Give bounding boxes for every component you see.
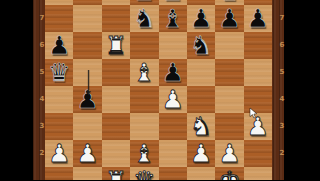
square-a2[interactable]: ♟ xyxy=(45,140,73,167)
rank-label-left-7: 7 xyxy=(36,14,48,22)
square-c3[interactable] xyxy=(102,113,130,140)
square-b2[interactable]: ♟ xyxy=(73,140,101,167)
square-e3[interactable] xyxy=(159,113,187,140)
piece-white-pawn-a2[interactable]: ♟ xyxy=(48,140,70,167)
square-c4[interactable] xyxy=(102,86,130,113)
square-b5[interactable] xyxy=(73,59,101,86)
square-a6[interactable]: ♟ xyxy=(45,32,73,59)
square-b7[interactable] xyxy=(73,5,101,32)
piece-white-rook-c1[interactable]: ♜ xyxy=(105,167,127,181)
rank-label-left-4: 4 xyxy=(36,95,48,103)
square-a5[interactable]: ♛ xyxy=(45,59,73,86)
square-f2[interactable]: ♟ xyxy=(187,140,215,167)
rank-label-left-6: 6 xyxy=(36,41,48,49)
square-e1[interactable] xyxy=(159,167,187,181)
square-g6[interactable] xyxy=(215,32,243,59)
chess-board[interactable]: ♜♜♚♞♝♟♟♟♟♜♞♛♝♟♟♟♞♟♟♟♝♟♟♜♛♚ xyxy=(45,0,272,180)
square-f5[interactable] xyxy=(187,59,215,86)
square-b6[interactable] xyxy=(73,32,101,59)
square-d2[interactable]: ♝ xyxy=(130,140,158,167)
square-h6[interactable] xyxy=(244,32,272,59)
square-h4[interactable] xyxy=(244,86,272,113)
square-e4[interactable]: ♟ xyxy=(159,86,187,113)
square-g1[interactable]: ♚ xyxy=(215,167,243,181)
square-f3[interactable]: ♞ xyxy=(187,113,215,140)
piece-black-pawn-g7[interactable]: ♟ xyxy=(218,5,240,32)
piece-white-pawn-b2[interactable]: ♟ xyxy=(76,140,98,167)
square-b4[interactable]: ♟ xyxy=(73,86,101,113)
piece-black-knight-d7[interactable]: ♞ xyxy=(133,5,155,32)
square-e2[interactable] xyxy=(159,140,187,167)
rank-label-right-7: 7 xyxy=(276,14,288,22)
piece-white-pawn-e4[interactable]: ♟ xyxy=(161,86,183,113)
square-f6[interactable]: ♞ xyxy=(187,32,215,59)
square-b1[interactable] xyxy=(73,167,101,181)
rank-label-right-4: 4 xyxy=(276,95,288,103)
piece-white-queen-d1[interactable]: ♛ xyxy=(133,167,155,181)
square-d1[interactable]: ♛ xyxy=(130,167,158,181)
piece-black-pawn-a6[interactable]: ♟ xyxy=(48,32,70,59)
square-c2[interactable] xyxy=(102,140,130,167)
square-d5[interactable]: ♝ xyxy=(130,59,158,86)
square-b3[interactable] xyxy=(73,113,101,140)
square-h5[interactable] xyxy=(244,59,272,86)
piece-white-pawn-g2[interactable]: ♟ xyxy=(218,140,240,167)
square-h1[interactable] xyxy=(244,167,272,181)
rank-label-right-2: 2 xyxy=(276,149,288,157)
square-d4[interactable] xyxy=(130,86,158,113)
square-a1[interactable] xyxy=(45,167,73,181)
piece-black-pawn-h7[interactable]: ♟ xyxy=(247,5,269,32)
square-a3[interactable] xyxy=(45,113,73,140)
square-e6[interactable] xyxy=(159,32,187,59)
piece-black-pawn-b4[interactable]: ♟ xyxy=(76,86,98,113)
square-e5[interactable]: ♟ xyxy=(159,59,187,86)
square-e7[interactable]: ♝ xyxy=(159,5,187,32)
square-c7[interactable] xyxy=(102,5,130,32)
rank-label-right-6: 6 xyxy=(276,41,288,49)
square-c6[interactable]: ♜ xyxy=(102,32,130,59)
square-g5[interactable] xyxy=(215,59,243,86)
square-c1[interactable]: ♜ xyxy=(102,167,130,181)
square-h7[interactable]: ♟ xyxy=(244,5,272,32)
chess-app-screenshot: ♜♜♚♞♝♟♟♟♟♜♞♛♝♟♟♟♞♟♟♟♝♟♟♜♛♚ 776655443322 xyxy=(0,0,320,180)
piece-black-pawn-e5[interactable]: ♟ xyxy=(161,59,183,86)
square-d6[interactable] xyxy=(130,32,158,59)
square-a4[interactable] xyxy=(45,86,73,113)
square-g4[interactable] xyxy=(215,86,243,113)
square-h2[interactable] xyxy=(244,140,272,167)
piece-black-bishop-e7[interactable]: ♝ xyxy=(161,5,183,32)
square-g7[interactable]: ♟ xyxy=(215,5,243,32)
square-g3[interactable] xyxy=(215,113,243,140)
piece-white-bishop-d5[interactable]: ♝ xyxy=(133,59,155,86)
piece-white-pawn-h3[interactable]: ♟ xyxy=(247,113,269,140)
piece-black-knight-f6[interactable]: ♞ xyxy=(190,32,212,59)
piece-white-king-g1[interactable]: ♚ xyxy=(218,167,240,181)
square-f1[interactable] xyxy=(187,167,215,181)
rank-label-left-2: 2 xyxy=(36,149,48,157)
piece-white-rook-c6[interactable]: ♜ xyxy=(105,32,127,59)
rank-label-right-3: 3 xyxy=(276,122,288,130)
piece-white-pawn-f2[interactable]: ♟ xyxy=(190,140,212,167)
square-d7[interactable]: ♞ xyxy=(130,5,158,32)
rank-label-left-3: 3 xyxy=(36,122,48,130)
piece-white-bishop-d2[interactable]: ♝ xyxy=(133,140,155,167)
square-a7[interactable] xyxy=(45,5,73,32)
piece-white-knight-f3[interactable]: ♞ xyxy=(190,113,212,140)
square-f4[interactable] xyxy=(187,86,215,113)
square-g2[interactable]: ♟ xyxy=(215,140,243,167)
square-f7[interactable]: ♟ xyxy=(187,5,215,32)
rank-label-right-5: 5 xyxy=(276,68,288,76)
square-d3[interactable] xyxy=(130,113,158,140)
piece-black-pawn-f7[interactable]: ♟ xyxy=(190,5,212,32)
square-h3[interactable]: ♟ xyxy=(244,113,272,140)
piece-black-queen-a5[interactable]: ♛ xyxy=(48,59,70,86)
square-c5[interactable] xyxy=(102,59,130,86)
rank-label-left-5: 5 xyxy=(36,68,48,76)
